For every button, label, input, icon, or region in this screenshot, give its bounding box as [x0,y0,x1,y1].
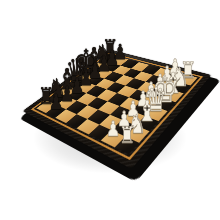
photo-stage: ♜♞♝♚♛♝♞♜♟♟♟♟♟♟♟♟♟♟♟♟♟♟♟♟♜♞♝♚♛♝♞♜ [0,0,220,220]
